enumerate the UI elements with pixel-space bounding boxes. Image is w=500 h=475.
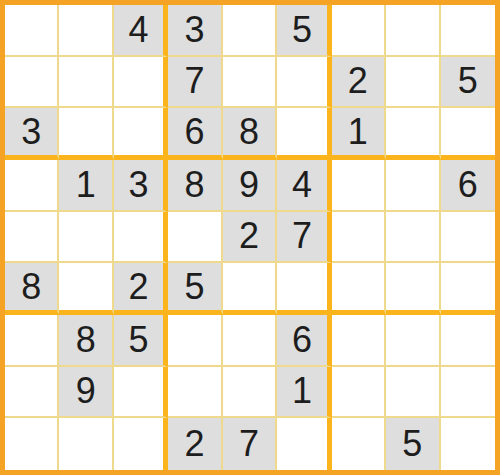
cell-r3c6[interactable]: [277, 108, 331, 160]
cell-r3c7[interactable]: 1: [332, 108, 386, 160]
cell-r8c6[interactable]: 1: [277, 367, 331, 419]
cell-r6c2[interactable]: [59, 263, 113, 315]
cell-r5c4[interactable]: [168, 212, 222, 264]
cell-r5c3[interactable]: [114, 212, 168, 264]
cell-r5c8[interactable]: [386, 212, 440, 264]
cell-r4c5[interactable]: 9: [223, 160, 277, 212]
cell-r3c1[interactable]: 3: [5, 108, 59, 160]
cell-r9c6[interactable]: [277, 418, 331, 470]
cell-r7c5[interactable]: [223, 315, 277, 367]
cell-r3c8[interactable]: [386, 108, 440, 160]
cell-r7c8[interactable]: [386, 315, 440, 367]
cell-r6c3[interactable]: 2: [114, 263, 168, 315]
cell-r2c8[interactable]: [386, 57, 440, 109]
cell-r7c1[interactable]: [5, 315, 59, 367]
cell-r1c6[interactable]: 5: [277, 5, 331, 57]
cell-r1c7[interactable]: [332, 5, 386, 57]
cell-r6c1[interactable]: 8: [5, 263, 59, 315]
cell-r6c6[interactable]: [277, 263, 331, 315]
cell-r2c2[interactable]: [59, 57, 113, 109]
cell-r1c1[interactable]: [5, 5, 59, 57]
cell-r3c2[interactable]: [59, 108, 113, 160]
cell-r2c3[interactable]: [114, 57, 168, 109]
cell-r2c1[interactable]: [5, 57, 59, 109]
cell-r9c3[interactable]: [114, 418, 168, 470]
cell-r4c8[interactable]: [386, 160, 440, 212]
cell-r8c1[interactable]: [5, 367, 59, 419]
cell-r6c9[interactable]: [441, 263, 495, 315]
cell-r8c3[interactable]: [114, 367, 168, 419]
cell-r3c5[interactable]: 8: [223, 108, 277, 160]
cell-r8c5[interactable]: [223, 367, 277, 419]
cell-r1c8[interactable]: [386, 5, 440, 57]
cell-r2c9[interactable]: 5: [441, 57, 495, 109]
cell-r1c3[interactable]: 4: [114, 5, 168, 57]
cell-r1c4[interactable]: 3: [168, 5, 222, 57]
cell-r4c4[interactable]: 8: [168, 160, 222, 212]
cell-r6c4[interactable]: 5: [168, 263, 222, 315]
cell-r5c1[interactable]: [5, 212, 59, 264]
cell-r7c2[interactable]: 8: [59, 315, 113, 367]
cell-r5c5[interactable]: 2: [223, 212, 277, 264]
cell-r8c7[interactable]: [332, 367, 386, 419]
cell-r4c7[interactable]: [332, 160, 386, 212]
cell-r6c5[interactable]: [223, 263, 277, 315]
cell-r4c2[interactable]: 1: [59, 160, 113, 212]
cell-r6c7[interactable]: [332, 263, 386, 315]
cell-r7c4[interactable]: [168, 315, 222, 367]
cell-r3c9[interactable]: [441, 108, 495, 160]
sudoku-board: 43572536811389462782585691275: [0, 0, 500, 475]
cell-r2c6[interactable]: [277, 57, 331, 109]
cell-r5c9[interactable]: [441, 212, 495, 264]
cell-r8c2[interactable]: 9: [59, 367, 113, 419]
cell-r9c1[interactable]: [5, 418, 59, 470]
cell-r1c9[interactable]: [441, 5, 495, 57]
cell-r4c6[interactable]: 4: [277, 160, 331, 212]
cell-r4c1[interactable]: [5, 160, 59, 212]
cell-r1c5[interactable]: [223, 5, 277, 57]
cell-r7c7[interactable]: [332, 315, 386, 367]
cell-r2c5[interactable]: [223, 57, 277, 109]
cell-r3c3[interactable]: [114, 108, 168, 160]
cell-r8c4[interactable]: [168, 367, 222, 419]
cell-r9c5[interactable]: 7: [223, 418, 277, 470]
cell-r7c3[interactable]: 5: [114, 315, 168, 367]
cell-r4c9[interactable]: 6: [441, 160, 495, 212]
cell-r2c7[interactable]: 2: [332, 57, 386, 109]
cell-r8c9[interactable]: [441, 367, 495, 419]
cell-r9c2[interactable]: [59, 418, 113, 470]
cell-r5c2[interactable]: [59, 212, 113, 264]
cell-r5c7[interactable]: [332, 212, 386, 264]
cell-r9c8[interactable]: 5: [386, 418, 440, 470]
cell-r9c9[interactable]: [441, 418, 495, 470]
cell-r7c9[interactable]: [441, 315, 495, 367]
cell-r8c8[interactable]: [386, 367, 440, 419]
cell-r2c4[interactable]: 7: [168, 57, 222, 109]
cell-r9c7[interactable]: [332, 418, 386, 470]
cell-r7c6[interactable]: 6: [277, 315, 331, 367]
cell-r9c4[interactable]: 2: [168, 418, 222, 470]
cell-r6c8[interactable]: [386, 263, 440, 315]
cell-r3c4[interactable]: 6: [168, 108, 222, 160]
cell-r5c6[interactable]: 7: [277, 212, 331, 264]
cell-r1c2[interactable]: [59, 5, 113, 57]
cell-r4c3[interactable]: 3: [114, 160, 168, 212]
